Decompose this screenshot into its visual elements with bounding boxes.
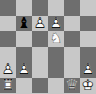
square-r0c5[interactable] xyxy=(80,0,96,16)
square-r1c1[interactable]: ♝♝ xyxy=(16,16,32,32)
square-r3c3[interactable] xyxy=(48,47,64,63)
square-r5c1[interactable] xyxy=(16,78,32,94)
square-r4c1[interactable]: ♟♙ xyxy=(16,62,32,78)
white-rook-glyph-outline: ♖ xyxy=(0,78,16,94)
square-r2c0[interactable] xyxy=(0,31,16,47)
square-r3c4[interactable] xyxy=(64,47,80,63)
white-king-glyph-outline: ♔ xyxy=(80,78,96,94)
white-knight-piece[interactable]: ♞♘ xyxy=(48,31,64,47)
chess-board: ♝♝♟♙♟♙♞♘♟♙♟♙♟♙♜♖♛♕♚♔ xyxy=(0,0,96,93)
square-r2c3[interactable]: ♞♘ xyxy=(48,31,64,47)
square-r5c4[interactable]: ♛♕ xyxy=(64,78,80,94)
square-r4c3[interactable] xyxy=(48,62,64,78)
square-r1c5[interactable] xyxy=(80,16,96,32)
square-r5c2[interactable] xyxy=(32,78,48,94)
white-pawn-piece[interactable]: ♟♙ xyxy=(32,16,48,32)
black-bishop-glyph-outline: ♝ xyxy=(16,16,32,32)
white-pawn-glyph-outline: ♙ xyxy=(16,62,32,78)
black-bishop-piece[interactable]: ♝♝ xyxy=(16,16,32,32)
square-r0c0[interactable] xyxy=(0,0,16,16)
white-pawn-piece[interactable]: ♟♙ xyxy=(16,62,32,78)
square-r0c4[interactable] xyxy=(64,0,80,16)
square-r5c5[interactable]: ♚♔ xyxy=(80,78,96,94)
square-r2c5[interactable] xyxy=(80,31,96,47)
white-pawn-glyph-outline: ♙ xyxy=(32,16,48,32)
square-r5c3[interactable] xyxy=(48,78,64,94)
square-r4c2[interactable] xyxy=(32,62,48,78)
square-r3c2[interactable] xyxy=(32,47,48,63)
square-r5c0[interactable]: ♜♖ xyxy=(0,78,16,94)
square-r2c2[interactable] xyxy=(32,31,48,47)
white-king-piece[interactable]: ♚♔ xyxy=(80,78,96,94)
square-r1c4[interactable] xyxy=(64,16,80,32)
square-r1c2[interactable]: ♟♙ xyxy=(32,16,48,32)
white-rook-piece[interactable]: ♜♖ xyxy=(0,78,16,94)
square-r2c4[interactable] xyxy=(64,31,80,47)
white-queen-piece[interactable]: ♛♕ xyxy=(64,78,80,94)
white-knight-glyph-outline: ♘ xyxy=(48,31,64,47)
white-queen-glyph-outline: ♕ xyxy=(64,78,80,94)
square-r1c0[interactable] xyxy=(0,16,16,32)
square-r2c1[interactable] xyxy=(16,31,32,47)
